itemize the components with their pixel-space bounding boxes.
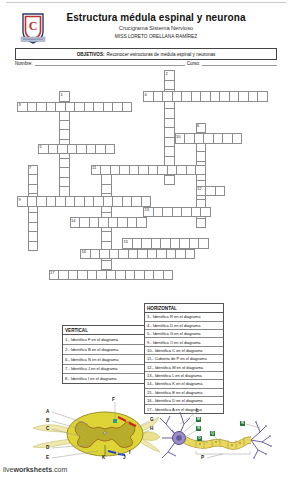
word-12-across: 12	[196, 186, 226, 197]
clue-item: 3.- Identifica R en el diagrama	[145, 313, 223, 321]
word-14-across: 14	[70, 217, 147, 228]
crossword-cell[interactable]	[198, 238, 209, 249]
diagram-label-C: C	[46, 426, 49, 431]
clue-number: 2	[166, 71, 168, 76]
diagram-label-E: E	[46, 455, 49, 460]
clue-number: 16	[82, 249, 86, 254]
clue-number: 10	[176, 134, 180, 139]
clue-item: 6.- Identifica N en el diagrama	[63, 355, 151, 365]
crossword-cell[interactable]	[141, 196, 152, 207]
diagram-label-P: P	[201, 455, 204, 460]
word-10-across: 10	[175, 133, 243, 144]
clue-item: 2.- Identifica B en el diagrama	[63, 345, 151, 355]
horizontal-clues-title: HORIZONTAL	[145, 304, 223, 313]
clue-item: 14.- Identifica K en el diagrama	[145, 380, 223, 388]
clue-number: 6	[197, 123, 199, 128]
clue-number: 4	[145, 92, 147, 97]
clue-item: 12.- Identifica M en el diagrama	[145, 363, 223, 371]
diagram-label-L: L	[196, 408, 199, 413]
clue-item: 5.- Identifica G en el diagrama	[145, 330, 223, 338]
crossword-cell[interactable]	[163, 270, 174, 281]
diagram-label-K: K	[102, 455, 105, 460]
diagram-label-B: B	[46, 418, 49, 423]
word-4-across: 4	[143, 91, 268, 102]
watermark[interactable]: liveworksheets.com	[3, 466, 67, 473]
diagram-label-G: G	[150, 417, 154, 422]
diagram-label-D: D	[46, 445, 49, 450]
vertical-clues-list: 1.- Identifica F en el diagrama2.- Ident…	[63, 335, 151, 383]
clue-number: 17	[50, 270, 54, 275]
crossword-cell[interactable]	[215, 186, 226, 197]
diagram-label-M: M	[196, 417, 201, 422]
crossword-cell[interactable]	[257, 91, 268, 102]
clue-number: 12	[197, 186, 201, 191]
clue-item: 15.- Identifica E en el diagrama	[145, 389, 223, 397]
neuron-art	[158, 398, 290, 466]
crossword-cell[interactable]	[200, 207, 211, 218]
diagram-label-J: J	[123, 455, 126, 460]
clue-number: 9	[19, 197, 21, 202]
word-16-across: 16	[80, 249, 195, 260]
crossword-cell[interactable]	[28, 241, 39, 252]
crossword-cell[interactable]	[122, 102, 133, 113]
crossword-cell[interactable]	[164, 175, 175, 186]
clue-number: 7	[29, 165, 31, 170]
crossword-cell[interactable]	[195, 165, 206, 176]
clue-number: 5	[40, 144, 42, 149]
worksheet-page: C Estructura médula espinal y neurona Cr…	[0, 0, 292, 480]
word-15-across: 15	[122, 238, 209, 249]
diagram-label-H: H	[150, 426, 153, 431]
clue-number: 13	[145, 207, 149, 212]
word-9-across: 9	[17, 196, 151, 207]
word-13-across: 13	[143, 207, 211, 218]
vertical-clues-title: VERTICAL	[63, 326, 151, 335]
clue-item: 7.- Identifica J en el diagrama	[63, 365, 151, 375]
word-11-across: 11	[91, 165, 206, 176]
diagram-label-I: I	[129, 450, 130, 455]
crossword-cell[interactable]	[185, 249, 196, 260]
word-7-down: 7	[28, 165, 39, 252]
diagram-label-N: N	[196, 426, 201, 431]
vertical-clues-box: VERTICAL 1.- Identifica F en el diagrama…	[62, 325, 152, 384]
crossword-cell[interactable]	[232, 133, 243, 144]
word-17-across: 17	[49, 270, 174, 281]
spinal-cord-diagram: ABCDEFGHIJK	[30, 397, 160, 467]
clue-number: 1	[61, 92, 63, 97]
clue-item: 9.- Identifica O en el diagrama	[145, 338, 223, 346]
clue-item: 4.- Identifica D en el diagrama	[145, 322, 223, 330]
clue-item: 1.- Identifica F en el diagrama	[63, 335, 151, 345]
clue-item: 13.- Identifica L en el diagrama	[145, 372, 223, 380]
spinal-cord-art	[30, 397, 160, 467]
crossword-cell[interactable]	[196, 218, 207, 229]
clue-number: 11	[92, 165, 96, 170]
clue-item: 10.- Identifica C en el diagrama	[145, 347, 223, 355]
diagram-label-O: O	[197, 436, 202, 441]
diagram-label-R: R	[240, 421, 245, 426]
clue-item: 11.- Cubierta de P en el diagrama	[145, 355, 223, 363]
crossword-cell[interactable]	[136, 217, 147, 228]
clue-number: 15	[124, 239, 128, 244]
diagram-label-Q: Q	[210, 431, 215, 436]
clue-number: 14	[71, 218, 75, 223]
clue-item: 8.- Identifica I en el diagrama	[63, 374, 151, 383]
diagram-label-F: F	[112, 397, 115, 402]
diagram-label-A: A	[46, 409, 49, 414]
word-3-across: 3	[17, 102, 132, 113]
clue-number: 3	[19, 102, 21, 107]
word-5-across: 5	[38, 144, 115, 155]
crossword-cell[interactable]	[105, 144, 116, 155]
neuron-diagram: LMNOQRP	[158, 398, 290, 466]
